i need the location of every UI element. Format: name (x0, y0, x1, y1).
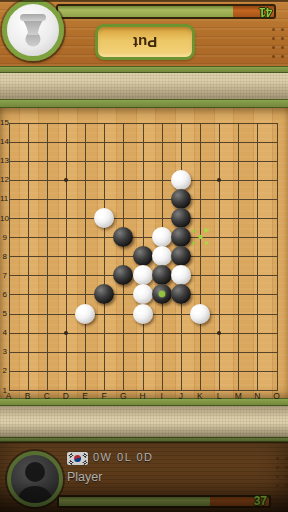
stone-H7 (133, 265, 153, 285)
row-label: 3 (0, 347, 7, 356)
stone-J11 (171, 189, 191, 209)
grid-line-horizontal (9, 371, 278, 372)
row-label: 13 (0, 156, 7, 165)
row-label: 9 (0, 233, 7, 242)
grid-line-horizontal (9, 142, 278, 143)
stone-F10 (94, 208, 114, 228)
bottom-timer-bar: 37 (57, 495, 271, 508)
stone-J6 (171, 284, 191, 304)
col-label: D (60, 392, 72, 401)
screw-dots-top (272, 28, 275, 31)
screw-dots-bottom (276, 457, 279, 460)
col-label: N (251, 392, 263, 401)
star-point (64, 331, 68, 335)
row-label: 8 (0, 252, 7, 261)
top-timer-bar: 41 (56, 4, 276, 19)
col-label: B (22, 392, 34, 401)
grid-line-horizontal (9, 237, 278, 238)
grid-line-horizontal (9, 352, 278, 353)
stone-H6 (133, 284, 153, 304)
grid-line-horizontal (9, 218, 278, 219)
row-label: 6 (0, 290, 7, 299)
grid-line-horizontal (9, 333, 278, 334)
screen-top-edge (0, 0, 288, 2)
grid-line-horizontal (9, 123, 278, 124)
bottom-player-panel: 0W 0L 0D Player 37 (0, 442, 288, 512)
korea-flag-icon (67, 452, 88, 465)
divider-strip-1 (0, 66, 288, 73)
col-label: E (79, 392, 91, 401)
row-label: 7 (0, 271, 7, 280)
stone-E5 (75, 304, 95, 324)
top-player-panel: 41 Put (0, 0, 288, 66)
win-loss-record: 0W 0L 0D (93, 451, 154, 463)
grid-line-horizontal (9, 161, 278, 162)
col-label: F (98, 392, 110, 401)
put-button-label: Put (133, 34, 157, 51)
row-label: 4 (0, 328, 7, 337)
stone-H5 (133, 304, 153, 324)
player-name: Player (67, 470, 102, 484)
stone-F6 (94, 284, 114, 304)
stone-H8 (133, 246, 153, 266)
top-timer-value: 41 (259, 6, 272, 17)
star-point (217, 178, 221, 182)
row-label: 10 (0, 214, 7, 223)
grid-line-horizontal (9, 199, 278, 200)
cursor-sparkle-icon (185, 222, 215, 252)
star-point (64, 178, 68, 182)
row-label: 15 (0, 118, 7, 127)
board[interactable]: 123456789101112131415ABCDEFGHIJKLMNO (0, 108, 288, 398)
bottom-avatar (7, 451, 63, 507)
row-label: 5 (0, 309, 7, 318)
stone-G7 (113, 265, 133, 285)
bottom-timer-fill (59, 497, 210, 506)
board-frame-top (0, 99, 288, 108)
stone-I9 (152, 227, 172, 247)
row-label: 14 (0, 137, 7, 146)
col-label: A (3, 392, 15, 401)
col-label: C (41, 392, 53, 401)
stone-G9 (113, 227, 133, 247)
person-icon (11, 455, 59, 503)
top-avatar (2, 0, 64, 61)
fabric-band-top (0, 73, 288, 100)
bottom-timer-value: 37 (254, 496, 267, 507)
grid-line-horizontal (9, 180, 278, 181)
col-label: K (194, 392, 206, 401)
star-point (217, 331, 221, 335)
top-timer-fill (58, 6, 233, 17)
col-label: G (117, 392, 129, 401)
stone-I8 (152, 246, 172, 266)
white-pawn-icon (17, 12, 49, 48)
put-button[interactable]: Put (95, 24, 195, 60)
game-screen: 41 Put 123456789101112131415ABCDEFGHIJKL… (0, 0, 288, 512)
fabric-band-bottom (0, 406, 288, 437)
stone-J12 (171, 170, 191, 190)
stone-J7 (171, 265, 191, 285)
row-label: 11 (0, 194, 7, 203)
col-label: L (213, 392, 225, 401)
col-label: J (175, 392, 187, 401)
col-label: O (271, 392, 283, 401)
row-label: 2 (0, 366, 7, 375)
stone-I7 (152, 265, 172, 285)
stone-K5 (190, 304, 210, 324)
col-label: H (137, 392, 149, 401)
row-label: 12 (0, 175, 7, 184)
col-label: M (232, 392, 244, 401)
col-label: I (156, 392, 168, 401)
